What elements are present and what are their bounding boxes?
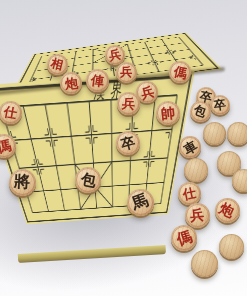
xiangqi-piece-black[interactable]: 車 (179, 136, 201, 158)
piece-character: 傌 (175, 229, 194, 248)
piece-character: 兵 (189, 207, 204, 222)
piece-character: 兵 (120, 66, 132, 78)
scene: 楚河 漢界 兵相兵傌俥炮兵卒兵卒包仕帥卒傌車包將仕馬炮兵傌 (0, 0, 247, 296)
piece-character: 兵 (121, 96, 135, 110)
xiangqi-piece-black[interactable]: 馬 (127, 189, 154, 216)
piece-character: 卒 (199, 90, 213, 104)
xiangqi-piece-blank[interactable] (203, 122, 226, 145)
piece-character: 兵 (108, 48, 122, 62)
piece-character: 仕 (181, 185, 196, 200)
xiangqi-piece-blank[interactable] (227, 122, 248, 145)
piece-character: 相 (50, 57, 65, 72)
xiangqi-piece-red[interactable]: 傌 (171, 225, 197, 251)
piece-character: 將 (14, 174, 31, 191)
xiangqi-piece-red[interactable]: 俥 (86, 69, 109, 92)
xiangqi-piece-red[interactable]: 仕 (178, 182, 201, 205)
xiangqi-piece-red[interactable]: 兵 (185, 203, 210, 228)
xiangqi-piece-red[interactable]: 傌 (169, 61, 191, 83)
piece-character: 包 (79, 171, 96, 188)
xiangqi-piece-blank[interactable] (184, 158, 208, 182)
piece-character: 炮 (64, 76, 78, 90)
piece-character: 車 (181, 138, 199, 156)
piece-character: 仕 (2, 104, 17, 119)
xiangqi-piece-blank[interactable] (219, 234, 244, 259)
xiangqi-piece-red[interactable]: 帥 (156, 101, 180, 125)
xiangqi-piece-red[interactable]: 傌 (0, 134, 16, 158)
xiangqi-piece-red[interactable]: 相 (47, 54, 68, 75)
piece-character: 傌 (172, 64, 187, 79)
xiangqi-piece-red[interactable]: 炮 (215, 198, 240, 223)
xiangqi-piece-black[interactable]: 卒 (116, 131, 140, 155)
piece-character: 包 (192, 103, 207, 118)
piece-character: 傌 (0, 138, 12, 155)
xiangqi-piece-blank[interactable] (191, 250, 218, 277)
piece-character: 馬 (130, 192, 151, 213)
xiangqi-piece-red[interactable]: 仕 (0, 101, 22, 124)
xiangqi-piece-red[interactable]: 兵 (117, 92, 140, 115)
xiangqi-piece-red[interactable]: 炮 (60, 72, 82, 94)
xiangqi-piece-black[interactable]: 將 (9, 169, 36, 196)
pieces-layer: 兵相兵傌俥炮兵卒兵卒包仕帥卒傌車包將仕馬炮兵傌 (0, 0, 247, 296)
piece-character: 卒 (213, 98, 227, 112)
xiangqi-piece-red[interactable]: 兵 (116, 62, 137, 83)
piece-character: 帥 (160, 105, 175, 120)
piece-character: 炮 (218, 201, 237, 220)
piece-character: 俥 (90, 73, 104, 87)
xiangqi-piece-black[interactable]: 卒 (210, 95, 230, 115)
piece-character: 兵 (139, 84, 155, 100)
xiangqi-piece-black[interactable]: 包 (75, 167, 101, 193)
piece-character: 卒 (119, 134, 136, 151)
